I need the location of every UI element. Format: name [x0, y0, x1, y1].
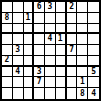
sudoku-cell-r9c4[interactable] [34, 88, 45, 99]
sudoku-cell-r5c4[interactable] [34, 45, 45, 56]
sudoku-cell-r2c8[interactable] [77, 13, 88, 24]
sudoku-cell-r4c3[interactable] [24, 34, 35, 45]
sudoku-cell-r1c7[interactable]: 2 [67, 2, 78, 13]
sudoku-cell-r4c1[interactable] [2, 34, 13, 45]
sudoku-cell-r7c7[interactable] [67, 67, 78, 78]
sudoku-cell-r6c6[interactable] [56, 56, 67, 67]
sudoku-cell-r2c3[interactable]: 1 [24, 13, 35, 24]
sudoku-cell-r8c2[interactable] [13, 77, 24, 88]
sudoku-cell-r4c6[interactable]: 1 [56, 34, 67, 45]
sudoku-cell-r7c3[interactable] [24, 67, 35, 78]
sudoku-cell-r5c6[interactable] [56, 45, 67, 56]
sudoku-board: 63281413724357184 [0, 0, 101, 101]
sudoku-cell-r7c1[interactable] [2, 67, 13, 78]
sudoku-cell-r5c3[interactable] [24, 45, 35, 56]
sudoku-cell-r3c5[interactable] [45, 24, 56, 35]
sudoku-cell-r7c9[interactable]: 5 [88, 67, 99, 78]
sudoku-cell-r2c5[interactable] [45, 13, 56, 24]
sudoku-cell-r2c6[interactable] [56, 13, 67, 24]
sudoku-cell-r8c5[interactable] [45, 77, 56, 88]
sudoku-cell-r4c2[interactable] [13, 34, 24, 45]
sudoku-cell-r8c1[interactable] [2, 77, 13, 88]
sudoku-cell-r7c5[interactable] [45, 67, 56, 78]
sudoku-cell-r2c7[interactable] [67, 13, 78, 24]
sudoku-cell-r3c4[interactable] [34, 24, 45, 35]
sudoku-cell-r5c1[interactable] [2, 45, 13, 56]
sudoku-cell-r3c6[interactable] [56, 24, 67, 35]
sudoku-cell-r8c8[interactable]: 1 [77, 77, 88, 88]
sudoku-cell-r1c5[interactable]: 3 [45, 2, 56, 13]
sudoku-cell-r6c7[interactable] [67, 56, 78, 67]
sudoku-cell-r3c1[interactable] [2, 24, 13, 35]
sudoku-cell-r8c9[interactable] [88, 77, 99, 88]
sudoku-cell-r5c8[interactable] [77, 45, 88, 56]
sudoku-cell-r5c9[interactable] [88, 45, 99, 56]
sudoku-cell-r7c2[interactable]: 4 [13, 67, 24, 78]
sudoku-cell-r3c9[interactable] [88, 24, 99, 35]
sudoku-cell-r9c2[interactable] [13, 88, 24, 99]
sudoku-cell-r1c1[interactable] [2, 2, 13, 13]
sudoku-cell-r5c2[interactable]: 3 [13, 45, 24, 56]
sudoku-cell-r6c4[interactable] [34, 56, 45, 67]
sudoku-cell-r2c9[interactable] [88, 13, 99, 24]
sudoku-cell-r4c8[interactable] [77, 34, 88, 45]
sudoku-cell-r3c8[interactable] [77, 24, 88, 35]
sudoku-cell-r2c4[interactable] [34, 13, 45, 24]
sudoku-cell-r1c6[interactable] [56, 2, 67, 13]
sudoku-cell-r9c9[interactable]: 4 [88, 88, 99, 99]
sudoku-cell-r6c9[interactable] [88, 56, 99, 67]
sudoku-cell-r7c4[interactable]: 3 [34, 67, 45, 78]
sudoku-cell-r8c4[interactable]: 7 [34, 77, 45, 88]
sudoku-cell-r4c4[interactable] [34, 34, 45, 45]
sudoku-cell-r9c8[interactable]: 8 [77, 88, 88, 99]
sudoku-cell-r5c7[interactable]: 7 [67, 45, 78, 56]
sudoku-cell-r6c2[interactable] [13, 56, 24, 67]
sudoku-cell-r9c7[interactable] [67, 88, 78, 99]
sudoku-cell-r5c5[interactable] [45, 45, 56, 56]
sudoku-cell-r1c4[interactable]: 6 [34, 2, 45, 13]
sudoku-cell-r1c2[interactable] [13, 2, 24, 13]
sudoku-cell-r9c6[interactable] [56, 88, 67, 99]
sudoku-cell-r2c1[interactable]: 8 [2, 13, 13, 24]
sudoku-cell-r3c7[interactable] [67, 24, 78, 35]
sudoku-cell-r1c8[interactable] [77, 2, 88, 13]
sudoku-cell-r4c9[interactable] [88, 34, 99, 45]
sudoku-cell-r6c3[interactable] [24, 56, 35, 67]
sudoku-cell-r6c8[interactable] [77, 56, 88, 67]
sudoku-cell-r6c5[interactable] [45, 56, 56, 67]
sudoku-cell-r8c3[interactable] [24, 77, 35, 88]
sudoku-cell-r6c1[interactable]: 2 [2, 56, 13, 67]
sudoku-cell-r1c9[interactable] [88, 2, 99, 13]
sudoku-cell-r9c5[interactable] [45, 88, 56, 99]
sudoku-cell-r9c1[interactable] [2, 88, 13, 99]
sudoku-cell-r7c6[interactable] [56, 67, 67, 78]
sudoku-cell-r8c7[interactable] [67, 77, 78, 88]
sudoku-cell-r3c3[interactable] [24, 24, 35, 35]
sudoku-cell-r1c3[interactable] [24, 2, 35, 13]
sudoku-cell-r3c2[interactable] [13, 24, 24, 35]
sudoku-cell-r4c7[interactable] [67, 34, 78, 45]
sudoku-cell-r2c2[interactable] [13, 13, 24, 24]
sudoku-cell-r9c3[interactable] [24, 88, 35, 99]
sudoku-cell-r7c8[interactable] [77, 67, 88, 78]
sudoku-cell-r8c6[interactable] [56, 77, 67, 88]
sudoku-cell-r4c5[interactable]: 4 [45, 34, 56, 45]
